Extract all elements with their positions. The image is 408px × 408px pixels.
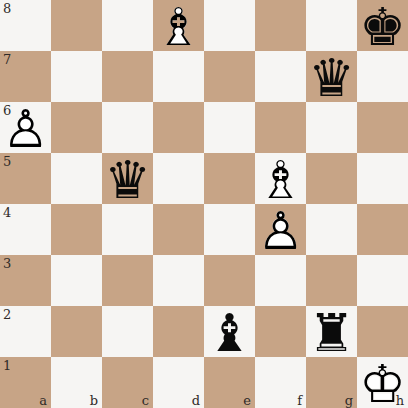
rank-label-5: 5 <box>3 155 11 168</box>
square-g8[interactable] <box>306 0 357 51</box>
square-f8[interactable] <box>255 0 306 51</box>
square-f4[interactable]: ♟♙ <box>255 204 306 255</box>
white-bishop-icon: ♗ <box>255 154 306 205</box>
square-c5[interactable]: ♛ <box>102 153 153 204</box>
piece-white-king-h1[interactable]: ♚♔ <box>357 357 408 408</box>
square-g7[interactable]: ♛ <box>306 51 357 102</box>
square-b7[interactable] <box>51 51 102 102</box>
rank-label-8: 8 <box>3 2 11 15</box>
white-king-icon: ♔ <box>357 358 408 408</box>
square-g6[interactable] <box>306 102 357 153</box>
black-rook-icon: ♜ <box>306 307 357 358</box>
square-d3[interactable] <box>153 255 204 306</box>
square-f2[interactable] <box>255 306 306 357</box>
rank-label-3: 3 <box>3 257 11 270</box>
square-g2[interactable]: ♜ <box>306 306 357 357</box>
square-a5[interactable]: 5 <box>0 153 51 204</box>
square-a2[interactable]: 2 <box>0 306 51 357</box>
square-d2[interactable] <box>153 306 204 357</box>
square-d7[interactable] <box>153 51 204 102</box>
square-b5[interactable] <box>51 153 102 204</box>
white-pawn-icon: ♙ <box>0 103 51 154</box>
square-b3[interactable] <box>51 255 102 306</box>
square-a8[interactable]: 8 <box>0 0 51 51</box>
rank-label-1: 1 <box>3 359 11 372</box>
file-label-e: e <box>243 394 251 407</box>
square-h6[interactable] <box>357 102 408 153</box>
piece-white-bishop-f5[interactable]: ♝♗ <box>255 153 306 204</box>
square-f5[interactable]: ♝♗ <box>255 153 306 204</box>
square-g3[interactable] <box>306 255 357 306</box>
square-c6[interactable] <box>102 102 153 153</box>
square-e3[interactable] <box>204 255 255 306</box>
square-g5[interactable] <box>306 153 357 204</box>
square-e8[interactable] <box>204 0 255 51</box>
square-h4[interactable] <box>357 204 408 255</box>
piece-white-bishop-d8[interactable]: ♝♗ <box>153 0 204 51</box>
file-label-d: d <box>192 394 200 407</box>
file-label-a: a <box>39 394 47 407</box>
black-queen-icon: ♛ <box>102 154 153 205</box>
square-h7[interactable] <box>357 51 408 102</box>
square-d6[interactable] <box>153 102 204 153</box>
square-d8[interactable]: ♝♗ <box>153 0 204 51</box>
file-label-c: c <box>142 394 149 407</box>
square-b8[interactable] <box>51 0 102 51</box>
rank-label-4: 4 <box>3 206 11 219</box>
square-f7[interactable] <box>255 51 306 102</box>
file-label-g: g <box>345 394 353 407</box>
square-f6[interactable] <box>255 102 306 153</box>
square-a4[interactable]: 4 <box>0 204 51 255</box>
square-e2[interactable]: ♝ <box>204 306 255 357</box>
square-b2[interactable] <box>51 306 102 357</box>
square-e5[interactable] <box>204 153 255 204</box>
square-h5[interactable] <box>357 153 408 204</box>
square-d1[interactable]: d <box>153 357 204 408</box>
piece-black-queen-g7[interactable]: ♛ <box>306 51 357 102</box>
square-e7[interactable] <box>204 51 255 102</box>
rank-label-2: 2 <box>3 308 11 321</box>
square-b1[interactable]: b <box>51 357 102 408</box>
piece-black-rook-g2[interactable]: ♜ <box>306 306 357 357</box>
square-e1[interactable]: e <box>204 357 255 408</box>
square-g1[interactable]: g <box>306 357 357 408</box>
square-c2[interactable] <box>102 306 153 357</box>
square-b6[interactable] <box>51 102 102 153</box>
piece-black-queen-c5[interactable]: ♛ <box>102 153 153 204</box>
file-label-b: b <box>90 394 98 407</box>
square-c4[interactable] <box>102 204 153 255</box>
white-pawn-icon: ♙ <box>255 205 306 256</box>
square-h1[interactable]: h♚♔ <box>357 357 408 408</box>
square-f3[interactable] <box>255 255 306 306</box>
chess-board: 8♝♗♚7♛6♟♙5♛♝♗4♟♙32♝♜1abcdefgh♚♔ <box>0 0 408 408</box>
square-c1[interactable]: c <box>102 357 153 408</box>
square-d5[interactable] <box>153 153 204 204</box>
piece-white-pawn-f4[interactable]: ♟♙ <box>255 204 306 255</box>
square-e6[interactable] <box>204 102 255 153</box>
piece-black-bishop-e2[interactable]: ♝ <box>204 306 255 357</box>
square-h8[interactable]: ♚ <box>357 0 408 51</box>
square-c3[interactable] <box>102 255 153 306</box>
square-e4[interactable] <box>204 204 255 255</box>
square-d4[interactable] <box>153 204 204 255</box>
square-a1[interactable]: 1a <box>0 357 51 408</box>
black-queen-icon: ♛ <box>306 52 357 103</box>
square-c7[interactable] <box>102 51 153 102</box>
white-bishop-icon: ♗ <box>153 1 204 52</box>
square-f1[interactable]: f <box>255 357 306 408</box>
square-b4[interactable] <box>51 204 102 255</box>
square-a6[interactable]: 6♟♙ <box>0 102 51 153</box>
square-a7[interactable]: 7 <box>0 51 51 102</box>
square-h2[interactable] <box>357 306 408 357</box>
rank-label-7: 7 <box>3 53 11 66</box>
piece-white-pawn-a6[interactable]: ♟♙ <box>0 102 51 153</box>
square-h3[interactable] <box>357 255 408 306</box>
square-c8[interactable] <box>102 0 153 51</box>
file-label-f: f <box>297 394 302 407</box>
black-bishop-icon: ♝ <box>204 307 255 358</box>
piece-black-king-h8[interactable]: ♚ <box>357 0 408 51</box>
black-king-icon: ♚ <box>357 1 408 52</box>
square-g4[interactable] <box>306 204 357 255</box>
square-a3[interactable]: 3 <box>0 255 51 306</box>
